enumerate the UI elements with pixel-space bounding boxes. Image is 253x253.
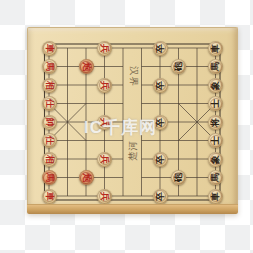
piece-red-elephant[interactable]: 相 — [42, 78, 57, 93]
piece-black-advisor[interactable]: 士 — [208, 96, 223, 111]
piece-character: 象 — [211, 155, 220, 164]
piece-character: 相 — [45, 155, 54, 164]
piece-red-soldier[interactable]: 兵 — [97, 152, 112, 167]
piece-black-cannon[interactable]: 砲 — [171, 170, 186, 185]
piece-black-soldier[interactable]: 卒 — [153, 78, 168, 93]
piece-red-soldier[interactable]: 兵 — [97, 189, 112, 204]
piece-character: 兵 — [100, 81, 109, 90]
piece-red-elephant[interactable]: 相 — [42, 152, 57, 167]
piece-red-advisor[interactable]: 仕 — [42, 133, 57, 148]
piece-character: 仕 — [45, 99, 54, 108]
piece-red-cannon[interactable]: 炮 — [79, 59, 94, 74]
piece-character: 馬 — [45, 62, 54, 71]
piece-black-soldier[interactable]: 卒 — [153, 152, 168, 167]
piece-character: 兵 — [100, 155, 109, 164]
piece-character: 馬 — [45, 173, 54, 182]
board-face: 汉界 楚河 車馬相仕帥仕相馬車炮炮兵兵兵兵兵卒卒卒卒卒砲砲車馬象士将士象馬車 — [27, 27, 238, 205]
piece-character: 馬 — [211, 62, 220, 71]
board-side-edge — [27, 204, 238, 214]
river-text-han-jie: 汉界 — [123, 70, 143, 83]
piece-black-general[interactable]: 将 — [208, 115, 223, 130]
piece-red-cannon[interactable]: 炮 — [79, 170, 94, 185]
river-text-chu-he: 楚河 — [123, 144, 143, 157]
piece-red-soldier[interactable]: 兵 — [97, 78, 112, 93]
piece-black-chariot[interactable]: 車 — [208, 41, 223, 56]
piece-character: 車 — [211, 192, 220, 201]
piece-black-soldier[interactable]: 卒 — [153, 41, 168, 56]
piece-black-horse[interactable]: 馬 — [208, 59, 223, 74]
piece-character: 炮 — [82, 173, 91, 182]
piece-character: 仕 — [45, 136, 54, 145]
piece-red-chariot[interactable]: 車 — [42, 41, 57, 56]
piece-black-chariot[interactable]: 車 — [208, 189, 223, 204]
piece-character: 兵 — [100, 118, 109, 127]
piece-black-soldier[interactable]: 卒 — [153, 189, 168, 204]
xiangqi-board[interactable]: 汉界 楚河 車馬相仕帥仕相馬車炮炮兵兵兵兵兵卒卒卒卒卒砲砲車馬象士将士象馬車 — [27, 27, 238, 214]
piece-character: 兵 — [100, 192, 109, 201]
piece-character: 炮 — [82, 62, 91, 71]
piece-black-elephant[interactable]: 象 — [208, 78, 223, 93]
piece-character: 車 — [45, 192, 54, 201]
piece-character: 帥 — [45, 118, 54, 127]
piece-character: 卒 — [156, 118, 165, 127]
piece-character: 砲 — [174, 173, 183, 182]
piece-black-cannon[interactable]: 砲 — [171, 59, 186, 74]
piece-black-advisor[interactable]: 士 — [208, 133, 223, 148]
piece-character: 車 — [45, 44, 54, 53]
piece-character: 象 — [211, 81, 220, 90]
piece-black-elephant[interactable]: 象 — [208, 152, 223, 167]
piece-character: 馬 — [211, 173, 220, 182]
piece-red-horse[interactable]: 馬 — [42, 59, 57, 74]
piece-character: 士 — [211, 99, 220, 108]
piece-character: 卒 — [156, 155, 165, 164]
photo-background: 汉界 楚河 車馬相仕帥仕相馬車炮炮兵兵兵兵兵卒卒卒卒卒砲砲車馬象士将士象馬車 I… — [0, 0, 253, 253]
piece-red-general[interactable]: 帥 — [42, 115, 57, 130]
piece-red-soldier[interactable]: 兵 — [97, 41, 112, 56]
piece-character: 車 — [211, 44, 220, 53]
piece-red-soldier[interactable]: 兵 — [97, 115, 112, 130]
piece-red-chariot[interactable]: 車 — [42, 189, 57, 204]
piece-character: 卒 — [156, 192, 165, 201]
piece-character: 砲 — [174, 62, 183, 71]
piece-black-horse[interactable]: 馬 — [208, 170, 223, 185]
piece-character: 卒 — [156, 81, 165, 90]
piece-character: 将 — [211, 118, 220, 127]
piece-red-horse[interactable]: 馬 — [42, 170, 57, 185]
piece-black-soldier[interactable]: 卒 — [153, 115, 168, 130]
piece-red-advisor[interactable]: 仕 — [42, 96, 57, 111]
piece-character: 兵 — [100, 44, 109, 53]
piece-character: 士 — [211, 136, 220, 145]
piece-character: 卒 — [156, 44, 165, 53]
piece-character: 相 — [45, 81, 54, 90]
